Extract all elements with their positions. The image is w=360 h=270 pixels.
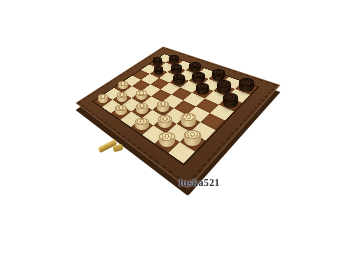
checker-piece-dark <box>169 55 179 64</box>
checker-piece-dark <box>212 69 225 81</box>
checker-piece-light <box>136 90 147 100</box>
checker-piece-light <box>115 105 126 115</box>
checker-piece-light <box>181 113 196 127</box>
checker-piece-dark <box>192 72 204 83</box>
checker-piece-dark <box>189 62 200 72</box>
clasp-knob-icon <box>112 144 123 152</box>
product-photo: luska521 <box>0 0 360 270</box>
checker-piece-light <box>118 81 127 90</box>
checker-piece-light <box>117 92 127 101</box>
checker-piece-light <box>157 101 170 113</box>
checker-piece-dark <box>154 66 164 75</box>
checker-piece-light <box>136 103 148 114</box>
checker-piece-dark <box>196 83 209 95</box>
checker-piece-light <box>135 118 148 130</box>
watermark-text: luska521 <box>179 177 220 188</box>
checker-piece-dark <box>173 74 184 85</box>
brass-clasp <box>96 135 130 157</box>
checker-piece-light <box>159 132 175 147</box>
checker-piece-light <box>184 130 201 146</box>
checker-piece-light <box>98 94 108 103</box>
checker-piece-dark <box>239 78 254 92</box>
checker-piece-dark <box>153 57 162 66</box>
checker-piece-dark <box>223 93 239 108</box>
checker-piece-light <box>158 115 172 128</box>
checker-piece-dark <box>171 64 182 74</box>
checker-piece-dark <box>217 80 231 93</box>
